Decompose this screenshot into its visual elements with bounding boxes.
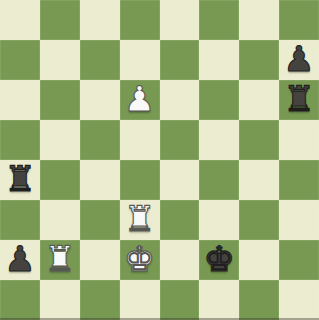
square-c8[interactable] [80,0,120,40]
square-h2[interactable] [279,240,319,280]
square-b2[interactable]: ♜ [40,240,80,280]
square-a2[interactable]: ♟ [0,240,40,280]
square-c5[interactable] [80,120,120,160]
square-d8[interactable] [120,0,160,40]
square-h5[interactable] [279,120,319,160]
square-c4[interactable] [80,160,120,200]
square-b5[interactable] [40,120,80,160]
square-a1[interactable] [0,280,40,320]
square-e8[interactable] [160,0,200,40]
square-c3[interactable] [80,200,120,240]
square-e3[interactable] [160,200,200,240]
square-g3[interactable] [239,200,279,240]
square-d7[interactable] [120,40,160,80]
square-g6[interactable] [239,80,279,120]
white-rook[interactable]: ♜ [124,202,155,237]
square-d5[interactable] [120,120,160,160]
square-f7[interactable] [199,40,239,80]
square-d3[interactable]: ♜ [120,200,160,240]
square-a8[interactable] [0,0,40,40]
square-h7[interactable]: ♟ [279,40,319,80]
square-g5[interactable] [239,120,279,160]
square-a5[interactable] [0,120,40,160]
square-d2[interactable]: ♚ [120,240,160,280]
square-g4[interactable] [239,160,279,200]
square-b1[interactable] [40,280,80,320]
white-king[interactable]: ♚ [124,242,155,277]
square-e4[interactable] [160,160,200,200]
square-c7[interactable] [80,40,120,80]
square-c1[interactable] [80,280,120,320]
square-g2[interactable] [239,240,279,280]
square-a6[interactable] [0,80,40,120]
white-pawn[interactable]: ♟ [124,82,155,117]
square-f5[interactable] [199,120,239,160]
square-h1[interactable] [279,280,319,320]
square-f6[interactable] [199,80,239,120]
square-b4[interactable] [40,160,80,200]
square-c6[interactable] [80,80,120,120]
square-h3[interactable] [279,200,319,240]
square-f8[interactable] [199,0,239,40]
square-b8[interactable] [40,0,80,40]
square-b6[interactable] [40,80,80,120]
square-f4[interactable] [199,160,239,200]
square-e2[interactable] [160,240,200,280]
square-g1[interactable] [239,280,279,320]
square-a7[interactable] [0,40,40,80]
black-rook[interactable]: ♜ [4,162,35,197]
black-pawn[interactable]: ♟ [4,242,35,277]
square-b3[interactable] [40,200,80,240]
square-g7[interactable] [239,40,279,80]
chess-board: ♟♟♜♜♜♟♜♚♚ [0,0,319,320]
square-d6[interactable]: ♟ [120,80,160,120]
black-king[interactable]: ♚ [204,242,235,277]
square-e7[interactable] [160,40,200,80]
square-c2[interactable] [80,240,120,280]
square-e1[interactable] [160,280,200,320]
white-rook[interactable]: ♜ [44,242,75,277]
square-f1[interactable] [199,280,239,320]
square-f3[interactable] [199,200,239,240]
square-e5[interactable] [160,120,200,160]
square-d1[interactable] [120,280,160,320]
black-rook[interactable]: ♜ [283,82,314,117]
square-g8[interactable] [239,0,279,40]
square-h4[interactable] [279,160,319,200]
square-a4[interactable]: ♜ [0,160,40,200]
black-pawn[interactable]: ♟ [283,42,314,77]
square-e6[interactable] [160,80,200,120]
square-a3[interactable] [0,200,40,240]
square-h8[interactable] [279,0,319,40]
square-f2[interactable]: ♚ [199,240,239,280]
square-h6[interactable]: ♜ [279,80,319,120]
square-b7[interactable] [40,40,80,80]
square-d4[interactable] [120,160,160,200]
